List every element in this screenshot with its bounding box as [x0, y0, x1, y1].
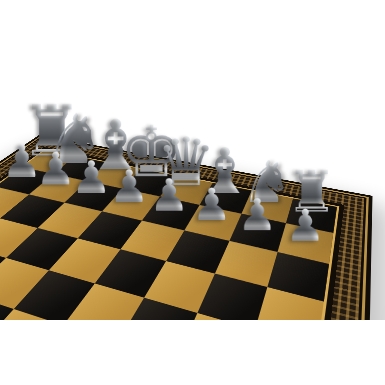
product-photo-scene: ♜♞♝♚♛♝♞♜♟♟♟♟♟♟♟♟: [0, 0, 385, 385]
piece-pawn[interactable]: ♟: [271, 206, 340, 247]
photo-crop-mask: [0, 320, 385, 385]
